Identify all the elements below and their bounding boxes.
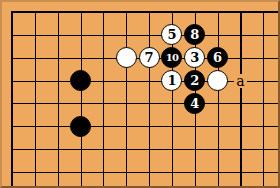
intersection[interactable]	[1, 92, 24, 115]
stone-black: 8	[184, 24, 205, 45]
intersection[interactable]	[229, 23, 252, 46]
move-number: 8	[190, 28, 199, 41]
intersection[interactable]	[160, 1, 183, 24]
intersection[interactable]: 10	[160, 46, 183, 69]
intersection[interactable]	[1, 160, 24, 183]
intersection[interactable]	[160, 115, 183, 138]
intersection[interactable]	[46, 92, 69, 115]
intersection[interactable]	[252, 92, 275, 115]
intersection[interactable]	[23, 23, 46, 46]
intersection[interactable]	[206, 138, 229, 161]
intersection[interactable]	[160, 160, 183, 183]
intersection[interactable]	[23, 138, 46, 161]
intersection[interactable]: 3	[183, 46, 206, 69]
intersection[interactable]	[206, 92, 229, 115]
intersection[interactable]: 1	[160, 69, 183, 92]
intersection[interactable]	[138, 160, 161, 183]
intersection[interactable]	[115, 69, 138, 92]
intersection[interactable]	[92, 46, 115, 69]
intersection[interactable]	[115, 160, 138, 183]
stone-white: 1	[161, 70, 182, 91]
move-number: 3	[190, 51, 199, 64]
intersection[interactable]: 5	[160, 23, 183, 46]
intersection[interactable]	[206, 1, 229, 24]
intersection[interactable]	[115, 115, 138, 138]
stone-black: 6	[207, 47, 228, 68]
intersection[interactable]	[252, 138, 275, 161]
intersection[interactable]	[69, 1, 92, 24]
intersection[interactable]	[69, 138, 92, 161]
intersection[interactable]	[229, 92, 252, 115]
move-number: 4	[190, 96, 199, 109]
intersection[interactable]	[252, 23, 275, 46]
intersection[interactable]	[206, 160, 229, 183]
intersection[interactable]	[115, 138, 138, 161]
stone-white	[116, 47, 137, 68]
intersection[interactable]	[138, 69, 161, 92]
intersection[interactable]	[252, 69, 275, 92]
move-number: 7	[145, 51, 154, 64]
intersection[interactable]	[23, 1, 46, 24]
intersection[interactable]	[1, 138, 24, 161]
intersection[interactable]	[160, 138, 183, 161]
intersection[interactable]	[138, 23, 161, 46]
intersection[interactable]	[252, 115, 275, 138]
intersection[interactable]: 4	[183, 92, 206, 115]
intersection[interactable]	[138, 115, 161, 138]
intersection[interactable]	[92, 1, 115, 24]
intersection[interactable]	[1, 23, 24, 46]
intersection[interactable]	[115, 46, 138, 69]
intersection[interactable]	[183, 115, 206, 138]
intersection[interactable]	[1, 46, 24, 69]
intersection[interactable]	[138, 92, 161, 115]
stone-black	[70, 116, 91, 137]
move-number: 10	[166, 52, 178, 62]
stone-white: 7	[139, 47, 160, 68]
move-number: 6	[213, 51, 222, 64]
intersection[interactable]: 6	[206, 46, 229, 69]
intersection[interactable]	[115, 92, 138, 115]
stone-white	[207, 70, 228, 91]
intersection[interactable]	[206, 69, 229, 92]
intersection[interactable]	[138, 138, 161, 161]
intersection[interactable]	[252, 160, 275, 183]
intersection[interactable]	[23, 115, 46, 138]
intersection[interactable]	[92, 92, 115, 115]
stone-black: 2	[184, 70, 205, 91]
stone-white: 5	[161, 24, 182, 45]
intersection[interactable]	[69, 46, 92, 69]
intersection[interactable]	[206, 115, 229, 138]
intersection[interactable]	[23, 92, 46, 115]
intersection[interactable]: 2	[183, 69, 206, 92]
intersection[interactable]	[23, 46, 46, 69]
intersection[interactable]	[92, 160, 115, 183]
intersection[interactable]	[115, 1, 138, 24]
stone-black: 10	[161, 47, 182, 68]
point-label-a: a	[234, 74, 246, 88]
intersection[interactable]	[138, 1, 161, 24]
go-board: 587103612a4	[0, 0, 280, 188]
intersection[interactable]	[23, 69, 46, 92]
intersection[interactable]	[92, 138, 115, 161]
intersection[interactable]	[183, 1, 206, 24]
intersection[interactable]	[92, 115, 115, 138]
intersection[interactable]	[46, 23, 69, 46]
intersection[interactable]	[69, 23, 92, 46]
move-number: 1	[167, 74, 176, 87]
intersection[interactable]: a	[229, 69, 252, 92]
intersection[interactable]	[252, 1, 275, 24]
intersection[interactable]	[229, 1, 252, 24]
intersection[interactable]	[69, 69, 92, 92]
intersection[interactable]	[1, 115, 24, 138]
stone-black	[70, 70, 91, 91]
intersection[interactable]	[46, 1, 69, 24]
stone-black: 4	[184, 93, 205, 114]
intersection[interactable]	[229, 160, 252, 183]
intersection[interactable]: 7	[138, 46, 161, 69]
move-number: 2	[190, 74, 199, 87]
intersection[interactable]	[1, 1, 24, 24]
intersection[interactable]	[23, 160, 46, 183]
intersection[interactable]	[92, 23, 115, 46]
intersection[interactable]	[160, 92, 183, 115]
intersection[interactable]	[69, 115, 92, 138]
move-number: 5	[167, 28, 176, 41]
intersection[interactable]	[229, 138, 252, 161]
intersection[interactable]	[252, 46, 275, 69]
intersection[interactable]	[183, 138, 206, 161]
intersection[interactable]	[46, 115, 69, 138]
intersection[interactable]	[229, 115, 252, 138]
stone-grid: 587103612a4	[1, 1, 275, 184]
intersection[interactable]: 8	[183, 23, 206, 46]
intersection[interactable]	[46, 138, 69, 161]
intersection[interactable]	[46, 160, 69, 183]
intersection[interactable]	[46, 69, 69, 92]
intersection[interactable]	[229, 46, 252, 69]
intersection[interactable]	[115, 23, 138, 46]
intersection[interactable]	[206, 23, 229, 46]
intersection[interactable]	[69, 160, 92, 183]
intersection[interactable]	[183, 160, 206, 183]
intersection[interactable]	[1, 69, 24, 92]
stone-white: 3	[184, 47, 205, 68]
intersection[interactable]	[46, 46, 69, 69]
intersection[interactable]	[69, 92, 92, 115]
intersection[interactable]	[92, 69, 115, 92]
